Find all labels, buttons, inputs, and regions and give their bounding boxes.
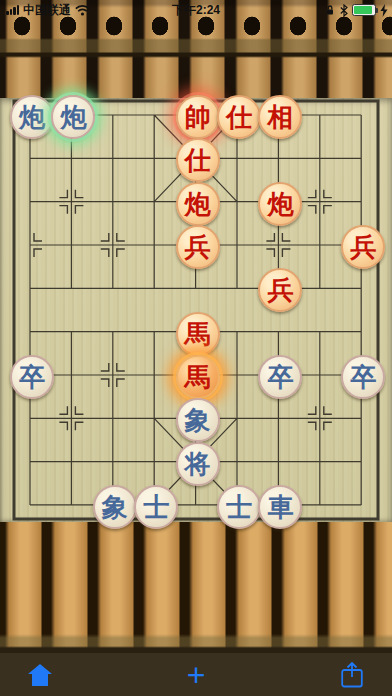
piece-blue-r9c3[interactable]: 士 <box>134 485 178 529</box>
home-button[interactable] <box>18 657 62 693</box>
piece-red-r0c4[interactable]: 帥 <box>176 95 220 139</box>
piece-blue-r6c8[interactable]: 卒 <box>341 355 385 399</box>
charging-bolt-icon <box>380 4 388 17</box>
status-right <box>324 0 388 20</box>
piece-blue-r8c4[interactable]: 将 <box>176 442 220 486</box>
battery-icon <box>352 4 376 16</box>
bottom-toolbar: + <box>0 653 392 696</box>
piece-red-r3c8[interactable]: 兵 <box>341 225 385 269</box>
piece-red-r3c4[interactable]: 兵 <box>176 225 220 269</box>
xiangqi-app-screen: 中国联通 下午2:24 炮炮帥仕相仕炮炮兵兵 <box>0 0 392 696</box>
wood-planks-bottom <box>0 522 392 653</box>
piece-red-r5c4[interactable]: 馬 <box>176 312 220 356</box>
orientation-lock-icon <box>324 4 336 16</box>
piece-blue-r9c2[interactable]: 象 <box>93 485 137 529</box>
home-icon <box>28 664 52 686</box>
share-icon <box>341 662 363 688</box>
xiangqi-board[interactable]: 炮炮帥仕相仕炮炮兵兵兵馬卒馬卒卒象将象士士車 <box>0 98 392 522</box>
add-button[interactable]: + <box>174 657 218 693</box>
piece-blue-r7c4[interactable]: 象 <box>176 398 220 442</box>
piece-blue-r9c5[interactable]: 士 <box>217 485 261 529</box>
piece-red-r0c5[interactable]: 仕 <box>217 95 261 139</box>
piece-red-r2c6[interactable]: 炮 <box>258 182 302 226</box>
piece-red-r2c4[interactable]: 炮 <box>176 182 220 226</box>
piece-red-r6c4[interactable]: 馬 <box>176 355 220 399</box>
piece-blue-r6c0[interactable]: 卒 <box>10 355 54 399</box>
status-bar: 中国联通 下午2:24 <box>0 0 392 20</box>
piece-red-r1c4[interactable]: 仕 <box>176 138 220 182</box>
bluetooth-icon <box>340 4 348 17</box>
piece-blue-r0c0[interactable]: 炮 <box>10 95 54 139</box>
share-button[interactable] <box>330 657 374 693</box>
